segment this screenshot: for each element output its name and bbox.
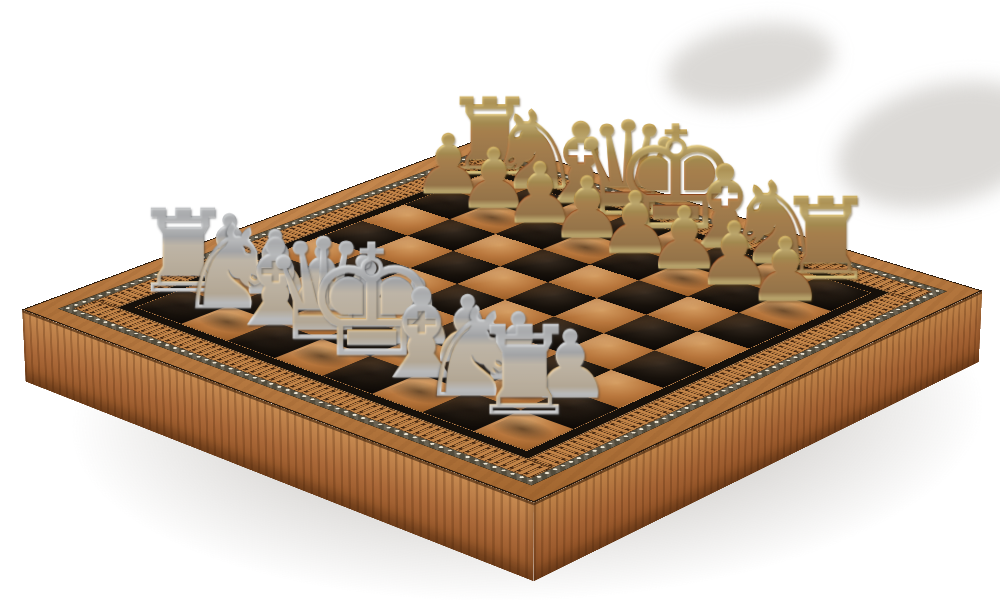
chess-case-3d: ♜♞♝♛♚♝♞♜♟♟♟♟♟♟♟♟♟♟♟♟♟♟♟♟♜♞♝♛♚♝♞♜: [22, 138, 982, 502]
product-photo-scene: ♜♞♝♛♚♝♞♜♟♟♟♟♟♟♟♟♟♟♟♟♟♟♟♟♜♞♝♛♚♝♞♜: [0, 0, 1000, 600]
piece-black-pawn-h7[interactable]: ♟: [745, 228, 824, 312]
piece-white-rook-h1[interactable]: ♜: [468, 313, 578, 430]
